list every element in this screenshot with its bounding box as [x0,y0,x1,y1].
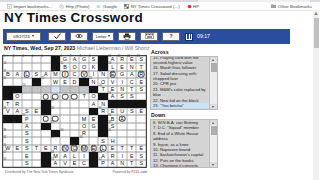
grid-cell[interactable]: 37 [51,123,61,130]
timer-display: 09:17 [197,33,210,39]
grid-cell[interactable]: E [117,63,127,70]
grid-cell[interactable]: 5 [41,56,51,63]
grid-cell[interactable] [89,130,99,137]
grid-cell[interactable]: O [70,63,80,70]
grid-cell[interactable]: E [127,152,137,159]
black-cell [32,78,42,85]
cell-letter: S [25,131,29,136]
clue-number: 37 [51,122,54,125]
clue-number: 31 [99,108,102,111]
bookmark-item[interactable]: Http (Photo) [59,4,89,9]
grid-cell[interactable]: T [32,145,42,152]
grid-cell[interactable] [60,100,70,107]
grid-cell[interactable] [70,115,80,122]
cell-letter: T [101,87,104,92]
print-button[interactable] [118,32,136,42]
grid-cell[interactable] [70,123,80,130]
bookmark-item[interactable]: HP [187,4,200,9]
across-list-scrollbar[interactable] [209,57,217,109]
cell-letter: L [73,154,76,159]
cell-letter: E [139,146,143,151]
grid-cell[interactable]: O [79,123,89,130]
grid-cell[interactable] [79,108,89,115]
grid-cell[interactable] [70,130,80,137]
clue-number: 25 [13,93,16,96]
grid-cell[interactable]: S [136,152,146,159]
grid-cell[interactable]: I [60,71,70,78]
cell-letter: G [91,124,95,129]
cell-letter: A [15,109,19,114]
grid-cell[interactable]: T [127,160,137,167]
grid-cell[interactable]: T [127,86,137,93]
cell-letter: O [91,94,95,99]
clue-number: 7 [70,56,71,59]
bookmark-item[interactable]: Import bookmarks... [7,4,52,9]
grid-cell[interactable] [127,130,137,137]
grid-cell[interactable]: E [136,108,146,115]
grid-cell[interactable]: S [127,93,137,100]
grid-cell[interactable] [22,100,32,107]
grid-cell[interactable] [117,130,127,137]
grid-cell[interactable] [70,86,80,93]
grid-cell[interactable]: T [79,93,89,100]
grid-cell[interactable]: 12E [127,56,137,63]
grid-cell[interactable]: 20 [3,78,13,85]
grid-cell[interactable]: 52P [98,160,108,167]
grid-cell[interactable]: A [22,123,32,130]
grid-cell[interactable] [136,93,146,100]
grid-cell[interactable]: 11R [117,56,127,63]
grid-cell[interactable]: 29V [3,108,13,115]
cell-letter: A [25,124,29,129]
page-scrollbar[interactable] [313,10,319,180]
cell-letter: B [6,72,10,77]
clue-number: 28 [51,100,54,103]
clue-number: 3 [22,56,23,59]
cell-letter: O [82,65,86,70]
help-label: ? [169,33,172,39]
grid-cell[interactable]: V [60,160,70,167]
grid-cell[interactable]: 25O [13,93,23,100]
pzzl-link-suffix[interactable]: .com [140,170,147,174]
grid-cell[interactable] [60,115,70,122]
grid-cell[interactable]: T [136,63,146,70]
scroll-down-icon[interactable] [210,104,217,109]
grid-cell[interactable]: A [117,115,127,122]
grid-cell[interactable]: U [117,108,127,115]
grid-cell[interactable] [60,137,70,144]
grid-cell[interactable]: N [117,160,127,167]
grid-cell[interactable]: E [89,115,99,122]
grid-cell[interactable]: S [98,137,108,144]
black-cell [98,56,108,63]
grid-cell[interactable]: M [79,145,89,152]
grid-cell[interactable]: 15B [60,63,70,70]
grid-cell[interactable] [70,93,80,100]
clue-number: 12 [127,56,130,59]
grid-cell[interactable]: 36 [13,123,23,130]
grid-cell[interactable] [79,86,89,93]
grid-cell[interactable]: G [117,71,127,78]
grid-cell[interactable]: E [22,152,32,159]
grid-cell[interactable]: 4 [32,56,42,63]
grid-cell[interactable]: I [117,152,127,159]
pause-timer-button[interactable] [185,33,193,41]
clue-number: 30 [51,108,54,111]
cell-letter: E [92,117,96,122]
cell-letter: S [120,94,124,99]
grid-cell[interactable]: H [108,137,118,144]
cell-letter: R [101,109,105,114]
grid-cell[interactable]: 46O [70,145,80,152]
grid-cell[interactable] [41,93,51,100]
circle-marker [138,71,145,77]
grid-icon [124,4,129,9]
cell-letter: T [130,146,133,151]
grid-cell[interactable]: S [136,160,146,167]
grid-cell[interactable]: I [79,152,89,159]
cell-letter: A [111,94,115,99]
grid-cell[interactable]: 32P [22,115,32,122]
keyboard-button[interactable] [140,32,158,42]
grid-cell[interactable] [60,93,70,100]
clue-number: 10 [108,56,111,59]
grid-cell[interactable]: G [89,123,99,130]
grid-cell[interactable]: M [79,115,89,122]
grid-cell[interactable]: A [127,71,137,78]
cell-letter: K [92,65,96,70]
grid-cell[interactable]: W [51,78,61,85]
grid-cell[interactable]: 22N [89,78,99,85]
bookmark-item[interactable]: GGoogle [96,4,117,9]
grid-cell[interactable] [117,137,127,144]
cursor-cell[interactable] [51,86,61,93]
cell-letter: V [6,109,10,114]
cell-letter: E [15,146,19,151]
scrollbar-up-arrow-icon[interactable] [314,12,318,15]
svg-text:G: G [97,4,100,9]
grid-cell[interactable]: V [108,78,118,85]
grid-cell[interactable] [13,137,23,144]
puzzle-byline: Michael Lieberman / Will Shortz [77,45,150,51]
grid-cell[interactable]: 24T [98,86,108,93]
grid-cell[interactable]: 43 [51,137,61,144]
grid-cell[interactable] [136,130,146,137]
grid-cell[interactable]: T [127,145,137,152]
grid-cell[interactable]: K [89,63,99,70]
grid-cell[interactable] [13,63,23,70]
grid-cell[interactable]: S [22,130,32,137]
cell-letter: T [130,87,133,92]
grid-cell[interactable]: 21 [41,78,51,85]
check-answer-button[interactable] [48,32,66,42]
cell-letter: T [130,161,133,166]
grid-cell[interactable]: A [13,71,23,78]
across-clue-list[interactable]: 15. Playing card with thesecond-highest … [150,56,218,110]
grid-cell[interactable] [70,100,80,107]
grid-cell[interactable] [22,63,32,70]
cell-letter: U [120,109,124,114]
grid-cell[interactable]: E [108,71,118,78]
grid-cell[interactable]: N [127,63,137,70]
grid-cell[interactable]: D [70,78,80,85]
grid-cell[interactable]: 2 [13,56,23,63]
circle-marker [62,71,69,77]
grid-cell[interactable]: T [117,145,127,152]
clue-number: 2 [13,56,14,59]
cell-letter: E [73,161,77,166]
clue-number: 43 [51,137,54,140]
scroll-thumb[interactable] [211,63,217,72]
page-title: NY Times Crossword [4,10,143,25]
cell-letter: S [25,161,29,166]
cell-letter: M [82,117,87,122]
grid-cell[interactable]: 7A [70,56,80,63]
across-header: Across [151,49,169,55]
grid-cell[interactable]: S [127,108,137,115]
grid-cell[interactable] [41,63,51,70]
grid-cell[interactable] [41,130,51,137]
date-select[interactable]: 09/27/23 [6,32,41,42]
cell-letter: N [101,72,105,77]
grid-cell[interactable]: 8G [79,56,89,63]
down-header: Down [151,112,165,118]
grid-cell[interactable]: R [13,100,23,107]
scroll-down-icon[interactable] [210,162,217,167]
cell-letter: A [44,72,48,77]
grid-cell[interactable] [13,78,23,85]
grid-cell[interactable] [89,137,99,144]
grid-cell[interactable]: 33 [41,115,51,122]
scroll-up-icon[interactable] [210,57,217,62]
grid-cell[interactable]: L [22,71,32,78]
black-cell [41,152,51,159]
cell-letter: C [73,72,77,77]
black-cell [89,86,99,93]
grid-cell[interactable]: S [117,93,127,100]
black-cell [89,108,99,115]
distributor-text: Distributed by The New York Times Syndic… [5,170,74,174]
black-cell [41,160,51,167]
cell-letter: P [25,117,29,122]
grid-cell[interactable] [22,93,32,100]
clue-number: 21 [42,78,45,81]
clue-item[interactable]: 13. Changing it converts [151,163,210,168]
grid-cell[interactable]: 16L [108,63,118,70]
cell-letter: E [111,146,115,151]
grid-cell[interactable]: C [70,71,80,78]
grid-cell[interactable]: S [22,145,32,152]
grid-cell[interactable]: I [117,78,127,85]
grid-cell[interactable] [32,130,42,137]
grid-cell[interactable]: E [41,145,51,152]
grid-cell[interactable]: 30 [51,108,61,115]
hp-icon [187,4,192,9]
circle-marker [71,93,78,99]
cell-letter: I [121,154,123,159]
black-cell [98,130,108,137]
grid-cell[interactable]: A [108,160,118,167]
clue-number: 5 [42,56,43,59]
grid-cell[interactable] [32,86,42,93]
grid-cell[interactable]: R [136,71,146,78]
grid-cell[interactable]: S [22,137,32,144]
help-button[interactable]: ? [162,32,180,42]
grid-cell[interactable] [60,86,70,93]
grid-cell[interactable]: C [127,78,137,85]
grid-cell[interactable] [79,100,89,107]
across-clue-rows: 15. Playing card with thesecond-highest … [151,56,210,108]
clue-number: 49 [99,152,102,155]
cell-letter: S [130,109,134,114]
scroll-thumb[interactable] [211,126,217,135]
grid-cell[interactable]: N [117,86,127,93]
reveal-button[interactable] [70,32,88,42]
cell-letter: E [130,57,134,62]
grid-cell[interactable] [32,115,42,122]
cell-letter: T [6,102,9,107]
grid-cell[interactable] [32,137,42,144]
browser-window: Import bookmarks...Http (Photo)GGoogleNY… [0,0,320,180]
grid-cell[interactable]: 51A [51,160,61,167]
black-cell [3,86,13,93]
grid-cell[interactable] [13,160,23,167]
grid-cell[interactable]: E [70,160,80,167]
clue-item-selected[interactable]: 23. "You betcha" [151,103,210,108]
scroll-up-icon[interactable] [210,120,217,125]
cell-letter: T [121,146,124,151]
grid-cell[interactable]: E [60,78,70,85]
grid-cell[interactable]: E [136,145,146,152]
grid-cell[interactable]: E [136,78,146,85]
circle-marker [43,93,50,99]
grid-cell[interactable]: 3 [22,56,32,63]
black-cell [89,160,99,167]
grid-cell[interactable] [60,108,70,115]
black-cell [108,100,118,107]
cell-letter: S [139,161,143,166]
clock-icon [59,4,64,9]
cell-letter: I [93,72,95,77]
grid-cell[interactable]: E [32,108,42,115]
grid-cell[interactable] [32,63,42,70]
grid-cell[interactable]: 26A [108,93,118,100]
grid-cell[interactable]: S [136,86,146,93]
grid-cell[interactable]: E [89,145,99,152]
grid-cell[interactable]: 40 [60,130,70,137]
grid-cell[interactable]: C [79,160,89,167]
down-clue-list[interactable]: 6. W.N.B.A. star Brittney7. D.C. "Squad"… [150,119,218,168]
cell-letter: B [111,117,115,122]
grid-cell[interactable]: 19N [98,71,108,78]
clue-number: 45 [3,145,6,148]
grid-cell[interactable] [32,152,42,159]
black-cell [41,100,51,107]
scrollbar-thumb[interactable] [314,18,319,48]
grid-cell[interactable] [41,86,51,93]
grid-cell[interactable]: A [89,100,99,107]
clue-number: 16 [108,63,111,66]
grid-cell[interactable]: O [79,63,89,70]
pzzl-link[interactable]: PZZL [131,170,139,174]
other-bookmarks-button[interactable]: Other Bookmarks [271,2,312,10]
grid-cell[interactable]: A [60,152,70,159]
grid-cell[interactable]: S [22,160,32,167]
grid-cell[interactable]: E [13,145,23,152]
clue-number: 50 [3,159,6,162]
cell-letter: S [139,87,143,92]
down-list-scrollbar[interactable] [209,120,217,167]
cell-letter: E [44,146,48,151]
grid-cell[interactable]: O [89,93,99,100]
grid-cell[interactable] [127,115,137,122]
grid-cell[interactable] [70,108,80,115]
grid-cell[interactable]: 31R [98,108,108,115]
bookmark-item[interactable]: NY Times Crossword (...) [124,4,179,9]
cell-letter: S [101,139,105,144]
grid-cell[interactable] [13,130,23,137]
grid-cell[interactable] [13,152,23,159]
cell-letter: S [139,154,143,159]
grid-cell[interactable] [32,123,42,130]
grid-cell[interactable]: 41 [108,130,118,137]
circle-marker [62,145,69,151]
grid-cell[interactable] [127,123,137,130]
grid-cell[interactable]: N [60,145,70,152]
grid-cell[interactable]: L [70,152,80,159]
grid-cell[interactable] [127,137,137,144]
grid-cell[interactable]: 44 [79,137,89,144]
grid-cell[interactable]: E [108,145,118,152]
cell-letter: E [111,87,115,92]
cell-letter: T [140,65,143,70]
check-mode-select[interactable]: Letter [92,32,114,42]
grid-cell[interactable]: A [13,108,23,115]
cell-letter: S [92,57,96,62]
grid-cell[interactable]: 50 [3,160,13,167]
cell-letter: A [111,57,115,62]
clue-number: 36 [13,122,16,125]
clue-number: 18 [51,71,54,74]
grid-cell[interactable]: R [108,152,118,159]
clue-number: 11 [118,56,121,59]
cell-letter: E [130,154,134,159]
grid-cell[interactable]: V [79,71,89,78]
grid-cell[interactable] [32,100,42,107]
grid-cell[interactable] [117,123,127,130]
clue-item[interactable]: 11. Saskatchewan's capital [151,152,210,157]
grid-cell[interactable] [136,123,146,130]
grid-cell[interactable] [41,137,51,144]
circle-marker [90,145,97,151]
grid-cell[interactable]: 9S [89,56,99,63]
grid-cell[interactable]: 13S [136,56,146,63]
grid-cell[interactable]: 18M [51,71,61,78]
grid-cell[interactable] [32,93,42,100]
black-cell [79,78,89,85]
clue-number: 44 [80,137,83,140]
black-cell [98,123,108,130]
grid-cell[interactable]: 23 [22,86,32,93]
other-bookmarks-label: Other Bookmarks [278,4,312,9]
grid-cell[interactable]: S [32,71,42,78]
grid-cell[interactable] [136,115,146,122]
grid-cell[interactable] [136,137,146,144]
date-value: 09/27/23 [13,34,29,39]
cell-letter: E [139,109,143,114]
grid-cell[interactable] [32,160,42,167]
clue-number: 27 [3,100,6,103]
